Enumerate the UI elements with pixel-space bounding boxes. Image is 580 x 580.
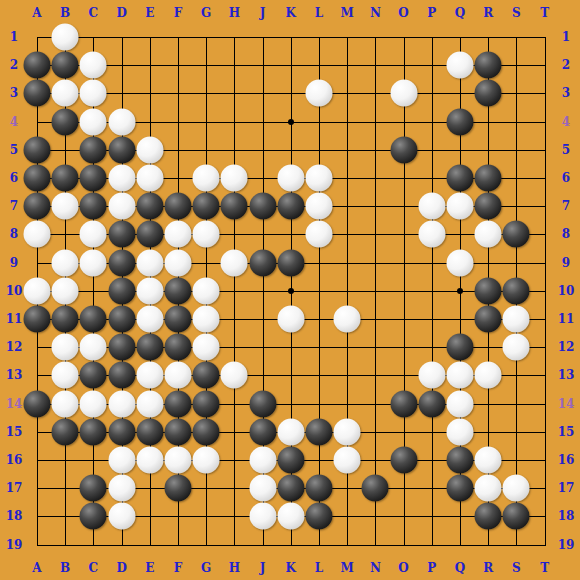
row-label-right-11: 11 (558, 312, 575, 326)
white-stone-J16[interactable] (249, 447, 276, 474)
black-stone-R6[interactable] (475, 165, 502, 192)
col-label-bottom-D: D (116, 561, 126, 575)
col-label-bottom-T: T (540, 561, 549, 575)
black-stone-O16[interactable] (390, 447, 417, 474)
white-stone-R8[interactable] (475, 221, 502, 248)
white-stone-B9[interactable] (52, 249, 79, 276)
row-label-left-10: 10 (6, 284, 23, 298)
row-label-left-11: 11 (6, 312, 23, 326)
white-stone-L3[interactable] (306, 80, 333, 107)
white-stone-E6[interactable] (136, 165, 163, 192)
black-stone-A11[interactable] (24, 306, 51, 333)
white-stone-E14[interactable] (136, 390, 163, 417)
col-label-top-M: M (341, 6, 354, 20)
white-stone-S12[interactable] (503, 334, 530, 361)
grid-vline-P (432, 37, 433, 546)
row-label-right-15: 15 (558, 425, 575, 439)
row-label-right-19: 19 (558, 538, 575, 552)
white-stone-L7[interactable] (306, 193, 333, 220)
black-stone-Q17[interactable] (447, 475, 474, 502)
star-point-k10 (288, 288, 294, 294)
white-stone-B12[interactable] (52, 334, 79, 361)
black-stone-D10[interactable] (108, 277, 135, 304)
col-label-top-E: E (145, 6, 154, 20)
black-stone-S8[interactable] (503, 221, 530, 248)
white-stone-R17[interactable] (475, 475, 502, 502)
row-label-right-10: 10 (558, 284, 575, 298)
white-stone-Q2[interactable] (447, 52, 474, 79)
black-stone-B2[interactable] (52, 52, 79, 79)
black-stone-H7[interactable] (221, 193, 248, 220)
row-label-right-6: 6 (562, 171, 570, 185)
star-point-q10 (457, 288, 463, 294)
white-stone-R13[interactable] (475, 362, 502, 389)
row-label-left-16: 16 (6, 453, 23, 467)
white-stone-K11[interactable] (277, 306, 304, 333)
row-label-right-4: 4 (562, 115, 570, 129)
white-stone-K15[interactable] (277, 418, 304, 445)
row-label-right-2: 2 (562, 58, 570, 72)
black-stone-S10[interactable] (503, 277, 530, 304)
black-stone-F12[interactable] (165, 334, 192, 361)
white-stone-C4[interactable] (80, 108, 107, 135)
white-stone-L8[interactable] (306, 221, 333, 248)
col-label-bottom-L: L (315, 561, 323, 575)
col-label-bottom-N: N (370, 561, 381, 575)
row-label-right-8: 8 (562, 227, 570, 241)
black-stone-F17[interactable] (165, 475, 192, 502)
white-stone-S17[interactable] (503, 475, 530, 502)
black-stone-E15[interactable] (136, 418, 163, 445)
black-stone-C7[interactable] (80, 193, 107, 220)
black-stone-R7[interactable] (475, 193, 502, 220)
black-stone-G7[interactable] (193, 193, 220, 220)
black-stone-D8[interactable] (108, 221, 135, 248)
grid-vline-L (319, 37, 320, 546)
black-stone-O5[interactable] (390, 136, 417, 163)
col-label-bottom-K: K (286, 561, 296, 575)
black-stone-N17[interactable] (362, 475, 389, 502)
white-stone-C3[interactable] (80, 80, 107, 107)
col-label-bottom-R: R (483, 561, 493, 575)
white-stone-J18[interactable] (249, 503, 276, 530)
black-stone-Q6[interactable] (447, 165, 474, 192)
white-stone-S11[interactable] (503, 306, 530, 333)
row-label-left-14: 14 (6, 397, 23, 411)
col-label-top-L: L (315, 6, 323, 20)
black-stone-A6[interactable] (24, 165, 51, 192)
black-stone-C6[interactable] (80, 165, 107, 192)
black-stone-R10[interactable] (475, 277, 502, 304)
row-label-left-15: 15 (6, 425, 23, 439)
white-stone-D6[interactable] (108, 165, 135, 192)
white-stone-H13[interactable] (221, 362, 248, 389)
black-stone-D12[interactable] (108, 334, 135, 361)
white-stone-M15[interactable] (334, 418, 361, 445)
white-stone-E11[interactable] (136, 306, 163, 333)
white-stone-A8[interactable] (24, 221, 51, 248)
white-stone-B7[interactable] (52, 193, 79, 220)
white-stone-G11[interactable] (193, 306, 220, 333)
row-label-left-1: 1 (10, 30, 18, 44)
white-stone-E5[interactable] (136, 136, 163, 163)
col-label-bottom-S: S (512, 561, 521, 575)
row-label-right-17: 17 (558, 481, 575, 495)
white-stone-D18[interactable] (108, 503, 135, 530)
col-label-bottom-J: J (260, 561, 266, 575)
black-stone-C5[interactable] (80, 136, 107, 163)
row-label-left-13: 13 (6, 368, 23, 382)
white-stone-B14[interactable] (52, 390, 79, 417)
black-stone-L17[interactable] (306, 475, 333, 502)
row-label-left-5: 5 (10, 143, 18, 157)
col-label-bottom-E: E (145, 561, 154, 575)
col-label-top-S: S (512, 6, 521, 20)
row-label-right-3: 3 (562, 86, 570, 100)
white-stone-R16[interactable] (475, 447, 502, 474)
black-stone-G13[interactable] (193, 362, 220, 389)
white-stone-M11[interactable] (334, 306, 361, 333)
col-label-top-T: T (540, 6, 549, 20)
black-stone-B11[interactable] (52, 306, 79, 333)
black-stone-E12[interactable] (136, 334, 163, 361)
white-stone-C14[interactable] (80, 390, 107, 417)
black-stone-F15[interactable] (165, 418, 192, 445)
white-stone-F13[interactable] (165, 362, 192, 389)
black-stone-C15[interactable] (80, 418, 107, 445)
black-stone-D9[interactable] (108, 249, 135, 276)
col-label-top-A: A (32, 6, 41, 20)
black-stone-A7[interactable] (24, 193, 51, 220)
black-stone-O14[interactable] (390, 390, 417, 417)
col-label-bottom-Q: Q (455, 561, 465, 575)
col-label-top-D: D (116, 6, 126, 20)
white-stone-P13[interactable] (418, 362, 445, 389)
white-stone-A10[interactable] (24, 277, 51, 304)
white-stone-D4[interactable] (108, 108, 135, 135)
black-stone-S18[interactable] (503, 503, 530, 530)
white-stone-J17[interactable] (249, 475, 276, 502)
col-label-bottom-M: M (341, 561, 354, 575)
white-stone-G8[interactable] (193, 221, 220, 248)
white-stone-E10[interactable] (136, 277, 163, 304)
black-stone-E7[interactable] (136, 193, 163, 220)
white-stone-C12[interactable] (80, 334, 107, 361)
row-label-left-12: 12 (6, 340, 23, 354)
col-label-top-P: P (427, 6, 436, 20)
white-stone-K18[interactable] (277, 503, 304, 530)
col-label-bottom-A: A (32, 561, 41, 575)
col-label-top-O: O (398, 6, 408, 20)
white-stone-C9[interactable] (80, 249, 107, 276)
row-label-right-13: 13 (558, 368, 575, 382)
white-stone-F8[interactable] (165, 221, 192, 248)
white-stone-P7[interactable] (418, 193, 445, 220)
col-label-bottom-F: F (174, 561, 183, 575)
black-stone-F7[interactable] (165, 193, 192, 220)
col-label-top-R: R (483, 6, 493, 20)
black-stone-L15[interactable] (306, 418, 333, 445)
white-stone-F9[interactable] (165, 249, 192, 276)
row-label-left-18: 18 (6, 509, 23, 523)
row-label-right-5: 5 (562, 143, 570, 157)
black-stone-G14[interactable] (193, 390, 220, 417)
white-stone-O3[interactable] (390, 80, 417, 107)
col-label-top-F: F (174, 6, 183, 20)
col-label-bottom-O: O (398, 561, 408, 575)
white-stone-M16[interactable] (334, 447, 361, 474)
row-label-right-18: 18 (558, 509, 575, 523)
col-label-bottom-P: P (427, 561, 436, 575)
black-stone-E8[interactable] (136, 221, 163, 248)
black-stone-C11[interactable] (80, 306, 107, 333)
white-stone-K6[interactable] (277, 165, 304, 192)
white-stone-G10[interactable] (193, 277, 220, 304)
col-label-top-G: G (201, 6, 211, 20)
star-point-k4 (288, 119, 294, 125)
white-stone-E9[interactable] (136, 249, 163, 276)
black-stone-D11[interactable] (108, 306, 135, 333)
black-stone-F14[interactable] (165, 390, 192, 417)
row-label-left-8: 8 (10, 227, 18, 241)
white-stone-D17[interactable] (108, 475, 135, 502)
black-stone-R18[interactable] (475, 503, 502, 530)
black-stone-J15[interactable] (249, 418, 276, 445)
white-stone-E13[interactable] (136, 362, 163, 389)
row-label-left-7: 7 (10, 199, 18, 213)
white-stone-D16[interactable] (108, 447, 135, 474)
col-label-top-J: J (260, 6, 266, 20)
col-label-top-K: K (286, 6, 296, 20)
black-stone-K16[interactable] (277, 447, 304, 474)
white-stone-C2[interactable] (80, 52, 107, 79)
black-stone-D15[interactable] (108, 418, 135, 445)
row-label-left-19: 19 (6, 538, 23, 552)
white-stone-B3[interactable] (52, 80, 79, 107)
black-stone-K9[interactable] (277, 249, 304, 276)
grid-vline-N (375, 37, 376, 546)
col-label-top-Q: Q (455, 6, 465, 20)
white-stone-D14[interactable] (108, 390, 135, 417)
grid-hline-19 (37, 545, 546, 546)
black-stone-J7[interactable] (249, 193, 276, 220)
col-label-top-B: B (60, 6, 70, 20)
white-stone-D7[interactable] (108, 193, 135, 220)
row-label-right-14: 14 (558, 397, 575, 411)
white-stone-Q14[interactable] (447, 390, 474, 417)
row-label-left-3: 3 (10, 86, 18, 100)
black-stone-F10[interactable] (165, 277, 192, 304)
white-stone-Q9[interactable] (447, 249, 474, 276)
row-label-left-9: 9 (10, 256, 18, 270)
row-label-right-12: 12 (558, 340, 575, 354)
white-stone-B13[interactable] (52, 362, 79, 389)
black-stone-C18[interactable] (80, 503, 107, 530)
black-stone-C13[interactable] (80, 362, 107, 389)
white-stone-E16[interactable] (136, 447, 163, 474)
black-stone-R2[interactable] (475, 52, 502, 79)
black-stone-C17[interactable] (80, 475, 107, 502)
black-stone-R3[interactable] (475, 80, 502, 107)
col-label-bottom-B: B (60, 561, 70, 575)
row-label-right-16: 16 (558, 453, 575, 467)
col-label-bottom-G: G (201, 561, 211, 575)
white-stone-L6[interactable] (306, 165, 333, 192)
white-stone-B10[interactable] (52, 277, 79, 304)
row-label-right-1: 1 (562, 30, 570, 44)
black-stone-Q4[interactable] (447, 108, 474, 135)
black-stone-B15[interactable] (52, 418, 79, 445)
black-stone-A14[interactable] (24, 390, 51, 417)
black-stone-Q16[interactable] (447, 447, 474, 474)
col-label-top-N: N (370, 6, 381, 20)
col-label-bottom-C: C (89, 561, 99, 575)
row-label-right-7: 7 (562, 199, 570, 213)
row-label-left-6: 6 (10, 171, 18, 185)
white-stone-Q15[interactable] (447, 418, 474, 445)
black-stone-Q12[interactable] (447, 334, 474, 361)
col-label-top-C: C (89, 6, 99, 20)
black-stone-B6[interactable] (52, 165, 79, 192)
white-stone-G16[interactable] (193, 447, 220, 474)
white-stone-H9[interactable] (221, 249, 248, 276)
black-stone-K17[interactable] (277, 475, 304, 502)
black-stone-R11[interactable] (475, 306, 502, 333)
white-stone-P8[interactable] (418, 221, 445, 248)
black-stone-B4[interactable] (52, 108, 79, 135)
black-stone-L18[interactable] (306, 503, 333, 530)
black-stone-F11[interactable] (165, 306, 192, 333)
black-stone-D5[interactable] (108, 136, 135, 163)
black-stone-J14[interactable] (249, 390, 276, 417)
row-label-left-4: 4 (10, 115, 18, 129)
black-stone-P14[interactable] (418, 390, 445, 417)
white-stone-B1[interactable] (52, 24, 79, 51)
white-stone-C8[interactable] (80, 221, 107, 248)
white-stone-G12[interactable] (193, 334, 220, 361)
white-stone-H6[interactable] (221, 165, 248, 192)
black-stone-A5[interactable] (24, 136, 51, 163)
row-label-left-2: 2 (10, 58, 18, 72)
col-label-bottom-H: H (229, 561, 240, 575)
row-label-left-17: 17 (6, 481, 23, 495)
white-stone-Q7[interactable] (447, 193, 474, 220)
white-stone-Q13[interactable] (447, 362, 474, 389)
grid-vline-T (545, 37, 546, 546)
goban[interactable]: AA11BB22CC33DD44EE55FF66GG77HH88JJ99KK10… (0, 0, 580, 580)
row-label-right-9: 9 (562, 256, 570, 270)
black-stone-A2[interactable] (24, 52, 51, 79)
white-stone-G6[interactable] (193, 165, 220, 192)
black-stone-G15[interactable] (193, 418, 220, 445)
black-stone-K7[interactable] (277, 193, 304, 220)
black-stone-D13[interactable] (108, 362, 135, 389)
black-stone-J9[interactable] (249, 249, 276, 276)
col-label-top-H: H (229, 6, 240, 20)
white-stone-F16[interactable] (165, 447, 192, 474)
black-stone-A3[interactable] (24, 80, 51, 107)
